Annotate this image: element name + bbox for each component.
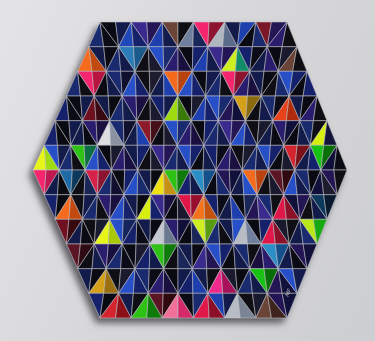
framed-artwork-photo: MF xyxy=(0,0,375,341)
triangle-facet xyxy=(33,145,46,170)
hexagon-artwork: MF xyxy=(0,0,375,341)
triangle-facets xyxy=(33,22,347,318)
